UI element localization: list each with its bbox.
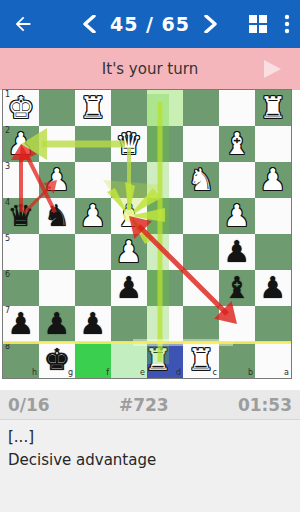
stats-bar: 0/16 #723 01:53 [0,390,300,420]
square-d6[interactable] [147,270,183,306]
square-g3[interactable]: ♟ [39,162,75,198]
square-a5[interactable] [255,234,291,270]
square-c1[interactable] [183,90,219,126]
rank-label: 3 [5,163,10,171]
square-h8[interactable]: 8h [3,342,39,378]
square-b3[interactable] [219,162,255,198]
overflow-menu-icon[interactable] [284,14,290,34]
square-e1[interactable] [111,90,147,126]
white-piece-a1[interactable]: ♜ [255,90,291,126]
square-f5[interactable] [75,234,111,270]
square-f6[interactable] [75,270,111,306]
square-a3[interactable]: ♟ [255,162,291,198]
square-f1[interactable]: ♜ [75,90,111,126]
white-piece-d8[interactable]: ♜ [140,342,176,378]
square-g8[interactable]: g♚ [39,342,75,378]
black-piece-a6[interactable]: ♟ [255,270,291,306]
timer: 01:53 [238,395,292,415]
square-b7[interactable] [219,306,255,342]
black-piece-h7[interactable]: ♟ [3,306,39,342]
play-move-icon[interactable] [262,60,282,78]
file-label: h [32,369,37,377]
puzzle-counter: 45 / 65 [110,13,190,35]
square-c7[interactable] [183,306,219,342]
black-piece-e6[interactable]: ♟ [111,270,147,306]
file-label: f [106,369,109,377]
white-piece-f4[interactable]: ♟ [75,198,111,234]
rank-label: 6 [5,271,10,279]
white-piece-e2[interactable]: ♛ [111,126,147,162]
square-b6[interactable]: ♝ [219,270,255,306]
square-a4[interactable] [255,198,291,234]
score-counter: 0/16 [8,395,50,415]
turn-banner: It's your turn [0,48,300,90]
square-e3[interactable] [111,162,147,198]
square-d7[interactable] [147,306,183,342]
app-bar-actions [248,0,290,48]
square-a2[interactable] [255,126,291,162]
square-d3[interactable] [147,162,183,198]
square-h5[interactable]: 5 [3,234,39,270]
square-h6[interactable]: 6 [3,270,39,306]
white-piece-b2[interactable]: ♝ [219,126,255,162]
square-b4[interactable]: ♟ [219,198,255,234]
square-b5[interactable]: ♟ [219,234,255,270]
square-h4[interactable]: 4♛ [3,198,39,234]
evaluation-text: Decisive advantage [8,451,156,469]
square-e2[interactable]: ♛ [111,126,147,162]
square-b2[interactable]: ♝ [219,126,255,162]
square-b1[interactable] [219,90,255,126]
square-c3[interactable]: ♞ [183,162,219,198]
square-g1[interactable] [39,90,75,126]
square-f3[interactable] [75,162,111,198]
square-e4[interactable]: ♝ [111,198,147,234]
square-a8[interactable]: a [255,342,291,378]
square-d8[interactable]: d♜ [147,342,183,378]
black-piece-b5[interactable]: ♟ [219,234,255,270]
white-piece-h1[interactable]: ♚ [3,90,39,126]
square-d1[interactable] [147,90,183,126]
square-g5[interactable] [39,234,75,270]
comment-panel: [...] Decisive advantage [0,420,300,512]
square-c5[interactable] [183,234,219,270]
square-d2[interactable] [147,126,183,162]
black-piece-b6[interactable]: ♝ [219,270,255,306]
square-c2[interactable] [183,126,219,162]
white-piece-a3[interactable]: ♟ [255,162,291,198]
app-bar: 45 / 65 [0,0,300,48]
square-c6[interactable] [183,270,219,306]
square-h1[interactable]: 1♚ [3,90,39,126]
square-g6[interactable] [39,270,75,306]
white-piece-h2[interactable]: ♟ [3,126,39,162]
square-a1[interactable]: ♜ [255,90,291,126]
square-g2[interactable] [39,126,75,162]
chess-tactics-app: 45 / 65 It's your turn 1♚♜♜2♟♛♝ [0,0,300,512]
turn-banner-text: It's your turn [0,48,300,90]
move-list-placeholder: [...] [8,428,34,446]
rank-label: 5 [5,235,10,243]
black-piece-g4[interactable]: ♞ [39,198,75,234]
square-c8[interactable]: c♜ [183,342,219,378]
square-f4[interactable]: ♟ [75,198,111,234]
square-f7[interactable]: ♟ [75,306,111,342]
previous-puzzle-icon[interactable] [82,15,96,33]
square-a7[interactable] [255,306,291,342]
white-piece-e5[interactable]: ♟ [111,234,147,270]
square-e7[interactable] [111,306,147,342]
square-c4[interactable] [183,198,219,234]
puzzle-list-grid-icon[interactable] [248,14,268,34]
white-piece-c8[interactable]: ♜ [183,342,219,378]
rank-label: 8 [5,343,10,351]
white-piece-f1[interactable]: ♜ [75,90,111,126]
white-piece-e4[interactable]: ♝ [111,198,147,234]
file-label: a [284,369,289,377]
black-piece-g8[interactable]: ♚ [39,342,75,378]
white-piece-c3[interactable]: ♞ [183,162,219,198]
square-g7[interactable]: ♟ [39,306,75,342]
file-label: d [176,369,181,377]
white-piece-g3[interactable]: ♟ [39,162,75,198]
square-f8[interactable]: f [75,342,111,378]
puzzle-number: #723 [119,395,169,415]
square-f2[interactable] [75,126,111,162]
square-g4[interactable]: ♞ [39,198,75,234]
black-piece-f7[interactable]: ♟ [75,306,111,342]
square-a6[interactable]: ♟ [255,270,291,306]
black-piece-g7[interactable]: ♟ [39,306,75,342]
square-d4[interactable] [147,198,183,234]
black-piece-h4[interactable]: ♛ [3,198,39,234]
white-piece-b4[interactable]: ♟ [219,198,255,234]
next-puzzle-icon[interactable] [204,15,218,33]
chess-board[interactable]: 1♚♜♜2♟♛♝3♟♞♟4♛♞♟♝♟5♟♟6♟♝♟7♟♟♟8hg♚fed♜c♜b… [3,90,291,378]
square-d5[interactable] [147,234,183,270]
square-e6[interactable]: ♟ [111,270,147,306]
square-e5[interactable]: ♟ [111,234,147,270]
file-label: b [248,369,253,377]
square-h2[interactable]: 2♟ [3,126,39,162]
square-h3[interactable]: 3 [3,162,39,198]
square-h7[interactable]: 7♟ [3,306,39,342]
square-b8[interactable]: b [219,342,255,378]
